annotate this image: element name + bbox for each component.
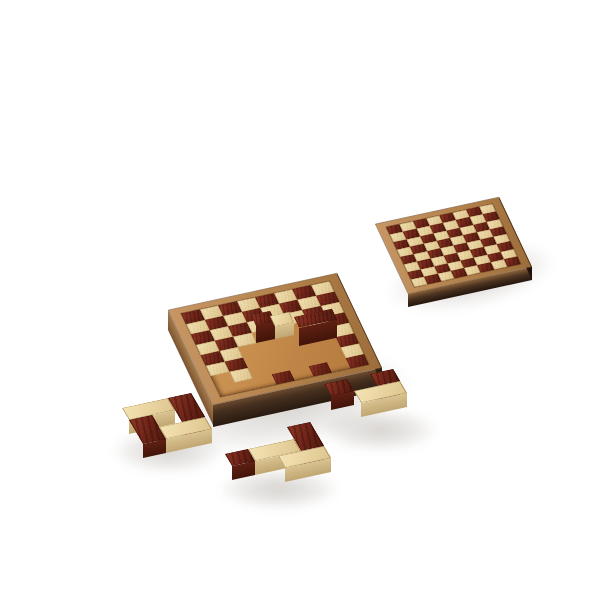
dark-square: [345, 354, 368, 368]
product-photo-stage: [0, 0, 600, 600]
piece-3-shadow: [320, 408, 438, 452]
dark-square: [504, 256, 521, 266]
